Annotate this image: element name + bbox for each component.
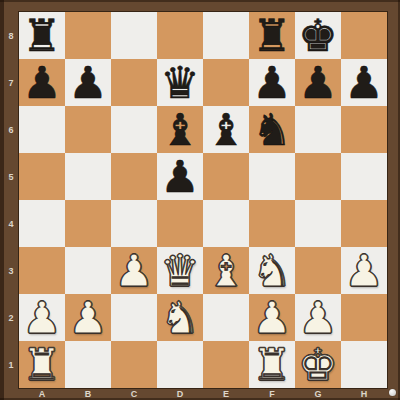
square-c3[interactable]: ♟	[111, 247, 157, 294]
black-queen-d7[interactable]: ♛	[160, 59, 199, 106]
square-c8[interactable]	[111, 12, 157, 59]
square-e1[interactable]	[203, 341, 249, 388]
square-c7[interactable]	[111, 59, 157, 106]
black-rook-a8[interactable]: ♜	[22, 12, 61, 59]
square-d5[interactable]: ♟	[157, 153, 203, 200]
chessboard-frame: 87654321 ♜♜♚♟♟♛♟♟♟♝♝♞♟♟♛♝♞♟♟♟♞♟♟♜♜♚ ABCD…	[0, 0, 400, 400]
square-g6[interactable]	[295, 106, 341, 153]
square-f3[interactable]: ♞	[249, 247, 295, 294]
square-c1[interactable]	[111, 341, 157, 388]
square-e4[interactable]	[203, 200, 249, 247]
square-a7[interactable]: ♟	[19, 59, 65, 106]
file-label-e: E	[203, 388, 249, 400]
black-bishop-d6[interactable]: ♝	[160, 106, 199, 153]
square-f5[interactable]	[249, 153, 295, 200]
chessboard: ♜♜♚♟♟♛♟♟♟♝♝♞♟♟♛♝♞♟♟♟♞♟♟♜♜♚	[19, 12, 387, 388]
white-knight-d2[interactable]: ♞	[160, 294, 199, 341]
rank-label-8: 8	[0, 12, 19, 59]
rank-label-2: 2	[0, 294, 19, 341]
square-b7[interactable]: ♟	[65, 59, 111, 106]
black-pawn-d5[interactable]: ♟	[160, 153, 199, 200]
square-a8[interactable]: ♜	[19, 12, 65, 59]
square-f1[interactable]: ♜	[249, 341, 295, 388]
square-g2[interactable]: ♟	[295, 294, 341, 341]
black-pawn-g7[interactable]: ♟	[298, 59, 337, 106]
black-knight-f6[interactable]: ♞	[252, 106, 291, 153]
square-d4[interactable]	[157, 200, 203, 247]
square-h4[interactable]	[341, 200, 387, 247]
white-knight-f3[interactable]: ♞	[252, 247, 291, 294]
white-pawn-b2[interactable]: ♟	[68, 294, 107, 341]
square-f7[interactable]: ♟	[249, 59, 295, 106]
file-label-h: H	[341, 388, 387, 400]
rank-label-5: 5	[0, 153, 19, 200]
rank-label-6: 6	[0, 106, 19, 153]
square-h5[interactable]	[341, 153, 387, 200]
file-label-b: B	[65, 388, 111, 400]
file-labels: ABCDEFGH	[19, 388, 387, 400]
rank-label-4: 4	[0, 200, 19, 247]
square-b1[interactable]	[65, 341, 111, 388]
square-f2[interactable]: ♟	[249, 294, 295, 341]
square-e5[interactable]	[203, 153, 249, 200]
square-f6[interactable]: ♞	[249, 106, 295, 153]
square-c6[interactable]	[111, 106, 157, 153]
square-d1[interactable]	[157, 341, 203, 388]
square-c2[interactable]	[111, 294, 157, 341]
corner-dot	[389, 389, 396, 396]
square-d2[interactable]: ♞	[157, 294, 203, 341]
white-king-g1[interactable]: ♚	[298, 341, 337, 388]
square-a2[interactable]: ♟	[19, 294, 65, 341]
square-b4[interactable]	[65, 200, 111, 247]
square-a4[interactable]	[19, 200, 65, 247]
square-f8[interactable]: ♜	[249, 12, 295, 59]
square-g7[interactable]: ♟	[295, 59, 341, 106]
black-pawn-f7[interactable]: ♟	[252, 59, 291, 106]
white-queen-d3[interactable]: ♛	[160, 247, 199, 294]
square-d8[interactable]	[157, 12, 203, 59]
file-label-c: C	[111, 388, 157, 400]
rank-label-1: 1	[0, 341, 19, 388]
square-h6[interactable]	[341, 106, 387, 153]
square-b2[interactable]: ♟	[65, 294, 111, 341]
square-b8[interactable]	[65, 12, 111, 59]
square-c5[interactable]	[111, 153, 157, 200]
white-pawn-f2[interactable]: ♟	[252, 294, 291, 341]
square-b6[interactable]	[65, 106, 111, 153]
square-f4[interactable]	[249, 200, 295, 247]
square-g1[interactable]: ♚	[295, 341, 341, 388]
square-e3[interactable]: ♝	[203, 247, 249, 294]
black-pawn-b7[interactable]: ♟	[68, 59, 107, 106]
white-pawn-g2[interactable]: ♟	[298, 294, 337, 341]
square-e6[interactable]: ♝	[203, 106, 249, 153]
file-label-f: F	[249, 388, 295, 400]
black-rook-f8[interactable]: ♜	[252, 12, 291, 59]
square-a1[interactable]: ♜	[19, 341, 65, 388]
square-c4[interactable]	[111, 200, 157, 247]
square-h2[interactable]	[341, 294, 387, 341]
square-h7[interactable]: ♟	[341, 59, 387, 106]
black-bishop-e6[interactable]: ♝	[206, 106, 245, 153]
square-d7[interactable]: ♛	[157, 59, 203, 106]
square-g5[interactable]	[295, 153, 341, 200]
square-g3[interactable]	[295, 247, 341, 294]
file-label-a: A	[19, 388, 65, 400]
square-b5[interactable]	[65, 153, 111, 200]
file-label-g: G	[295, 388, 341, 400]
square-b3[interactable]	[65, 247, 111, 294]
file-label-d: D	[157, 388, 203, 400]
rank-label-7: 7	[0, 59, 19, 106]
square-e7[interactable]	[203, 59, 249, 106]
square-a6[interactable]	[19, 106, 65, 153]
rank-label-3: 3	[0, 247, 19, 294]
square-h8[interactable]	[341, 12, 387, 59]
square-g8[interactable]: ♚	[295, 12, 341, 59]
square-a3[interactable]	[19, 247, 65, 294]
black-king-g8[interactable]: ♚	[298, 12, 337, 59]
square-a5[interactable]	[19, 153, 65, 200]
square-e2[interactable]	[203, 294, 249, 341]
square-h1[interactable]	[341, 341, 387, 388]
square-d6[interactable]: ♝	[157, 106, 203, 153]
white-pawn-a2[interactable]: ♟	[22, 294, 61, 341]
white-pawn-h3[interactable]: ♟	[344, 247, 383, 294]
rank-labels: 87654321	[0, 12, 19, 388]
white-pawn-c3[interactable]: ♟	[114, 247, 153, 294]
black-pawn-a7[interactable]: ♟	[22, 59, 61, 106]
white-bishop-e3[interactable]: ♝	[206, 247, 245, 294]
square-d3[interactable]: ♛	[157, 247, 203, 294]
square-h3[interactable]: ♟	[341, 247, 387, 294]
square-g4[interactable]	[295, 200, 341, 247]
black-pawn-h7[interactable]: ♟	[344, 59, 383, 106]
square-e8[interactable]	[203, 12, 249, 59]
white-rook-a1[interactable]: ♜	[22, 341, 61, 388]
white-rook-f1[interactable]: ♜	[252, 341, 291, 388]
